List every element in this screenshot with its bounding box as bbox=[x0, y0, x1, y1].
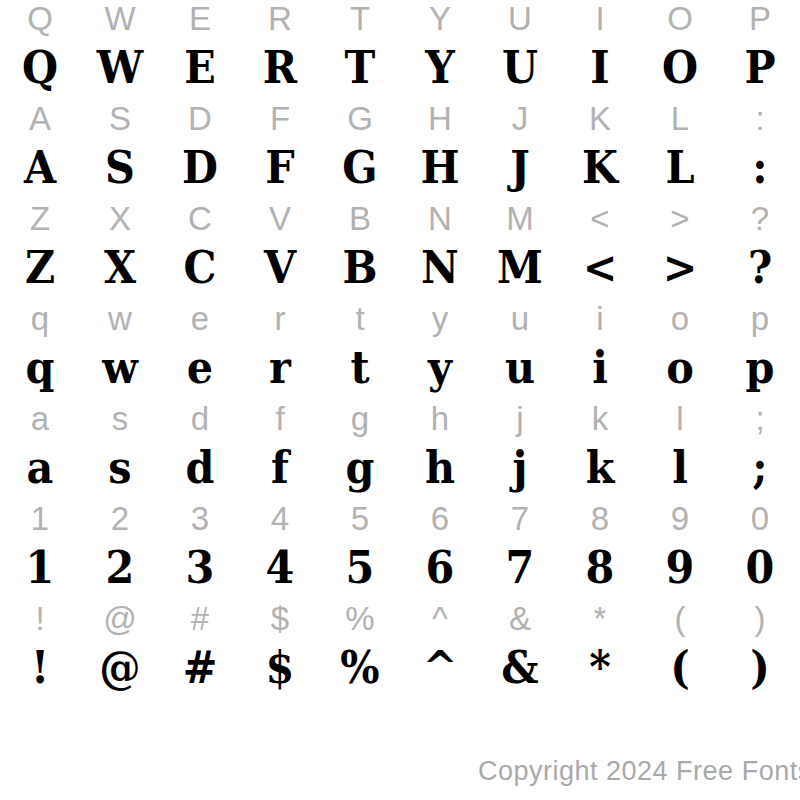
glyph-cell: 6 bbox=[402, 543, 477, 593]
glyph-cell: 9 bbox=[640, 493, 720, 543]
glyph-cell: ( bbox=[642, 643, 717, 693]
glyph-cell: O bbox=[640, 0, 720, 43]
glyph-cell: 7 bbox=[480, 493, 560, 543]
glyph-cell: s bbox=[82, 443, 157, 493]
glyph-cell: B bbox=[320, 193, 400, 243]
glyph-cell: k bbox=[560, 393, 640, 443]
glyph-cell: e bbox=[162, 343, 237, 393]
glyph-cell: 7 bbox=[482, 543, 557, 593]
glyph-cell: K bbox=[562, 143, 637, 193]
glyph-cell: 6 bbox=[400, 493, 480, 543]
glyph-cell: * bbox=[562, 643, 637, 693]
glyph-cell: D bbox=[160, 93, 240, 143]
glyph-cell: A bbox=[2, 143, 77, 193]
glyph-cell: r bbox=[240, 293, 320, 343]
glyph-cell: M bbox=[480, 193, 560, 243]
glyph-cell: & bbox=[482, 643, 557, 693]
glyph-cell: t bbox=[320, 293, 400, 343]
glyph-cell: 1 bbox=[0, 493, 80, 543]
glyph-cell: T bbox=[322, 43, 397, 93]
glyph-cell: d bbox=[162, 443, 237, 493]
glyph-cell: 0 bbox=[722, 543, 797, 593]
glyph-cell: # bbox=[160, 593, 240, 643]
glyph-cell: R bbox=[242, 43, 317, 93]
glyph-cell: W bbox=[80, 0, 160, 43]
glyph-cell: 5 bbox=[320, 493, 400, 543]
glyph-cell: k bbox=[562, 443, 637, 493]
glyph-cell: ; bbox=[722, 443, 797, 493]
glyph-cell: i bbox=[560, 293, 640, 343]
glyph-cell: Z bbox=[0, 193, 80, 243]
glyph-cell: ^ bbox=[400, 593, 480, 643]
glyph-cell: P bbox=[720, 0, 800, 43]
glyph-cell: l bbox=[642, 443, 717, 493]
glyph-cell: < bbox=[560, 193, 640, 243]
glyph-cell: 4 bbox=[242, 543, 317, 593]
glyph-cell: j bbox=[482, 443, 557, 493]
glyph-cell: s bbox=[80, 393, 160, 443]
glyph-cell: N bbox=[400, 193, 480, 243]
glyph-cell: C bbox=[162, 243, 237, 293]
glyph-cell: R bbox=[240, 0, 320, 43]
glyph-cell: F bbox=[240, 93, 320, 143]
glyph-cell: G bbox=[322, 143, 397, 193]
copyright-text: Copyright 2024 Free Fonts bbox=[478, 756, 800, 787]
font-specimen-page: QWERTYUIOPQWERTYUIOPASDFGHJKL:ASDFGHJKL:… bbox=[0, 0, 800, 800]
glyph-cell: M bbox=[482, 243, 557, 293]
glyph-cell: G bbox=[320, 93, 400, 143]
glyph-cell: @ bbox=[80, 593, 160, 643]
glyph-cell: U bbox=[482, 43, 557, 93]
glyph-cell: 3 bbox=[162, 543, 237, 593]
glyph-cell: Q bbox=[0, 0, 80, 43]
glyph-cell: a bbox=[0, 393, 80, 443]
glyph-cell: f bbox=[240, 393, 320, 443]
glyph-cell: d bbox=[160, 393, 240, 443]
glyph-cell: X bbox=[82, 243, 157, 293]
glyph-cell: ! bbox=[2, 643, 77, 693]
glyph-cell: @ bbox=[82, 643, 157, 693]
glyph-cell: N bbox=[402, 243, 477, 293]
character-grid: QWERTYUIOPQWERTYUIOPASDFGHJKL:ASDFGHJKL:… bbox=[0, 0, 800, 693]
glyph-cell: o bbox=[642, 343, 717, 393]
glyph-cell: ? bbox=[720, 193, 800, 243]
glyph-cell: 2 bbox=[80, 493, 160, 543]
glyph-cell: Y bbox=[400, 0, 480, 43]
glyph-cell: L bbox=[640, 93, 720, 143]
glyph-cell: h bbox=[402, 443, 477, 493]
glyph-cell: p bbox=[722, 343, 797, 393]
glyph-cell: > bbox=[642, 243, 717, 293]
glyph-cell: K bbox=[560, 93, 640, 143]
glyph-cell: 0 bbox=[720, 493, 800, 543]
glyph-cell: L bbox=[642, 143, 717, 193]
glyph-cell: y bbox=[402, 343, 477, 393]
glyph-cell: D bbox=[162, 143, 237, 193]
glyph-cell: p bbox=[720, 293, 800, 343]
glyph-cell: Z bbox=[2, 243, 77, 293]
glyph-cell: J bbox=[482, 143, 557, 193]
glyph-cell: A bbox=[0, 93, 80, 143]
glyph-cell: ( bbox=[640, 593, 720, 643]
glyph-cell: 8 bbox=[562, 543, 637, 593]
glyph-cell: S bbox=[80, 93, 160, 143]
glyph-cell: 2 bbox=[82, 543, 157, 593]
glyph-cell: ) bbox=[722, 643, 797, 693]
glyph-cell: E bbox=[160, 0, 240, 43]
glyph-cell: < bbox=[562, 243, 637, 293]
glyph-cell: C bbox=[160, 193, 240, 243]
glyph-cell: e bbox=[160, 293, 240, 343]
glyph-cell: 3 bbox=[160, 493, 240, 543]
glyph-cell: r bbox=[242, 343, 317, 393]
glyph-cell: I bbox=[562, 43, 637, 93]
glyph-cell: g bbox=[320, 393, 400, 443]
glyph-cell: t bbox=[322, 343, 397, 393]
glyph-cell: w bbox=[82, 343, 157, 393]
glyph-cell: > bbox=[640, 193, 720, 243]
glyph-cell: ) bbox=[720, 593, 800, 643]
glyph-cell: H bbox=[402, 143, 477, 193]
glyph-cell: ? bbox=[722, 243, 797, 293]
glyph-cell: i bbox=[562, 343, 637, 393]
glyph-cell: U bbox=[480, 0, 560, 43]
glyph-cell: a bbox=[2, 443, 77, 493]
glyph-cell: f bbox=[242, 443, 317, 493]
glyph-cell: 9 bbox=[642, 543, 717, 593]
glyph-cell: ; bbox=[720, 393, 800, 443]
glyph-cell: g bbox=[322, 443, 397, 493]
glyph-cell: 1 bbox=[2, 543, 77, 593]
glyph-cell: I bbox=[560, 0, 640, 43]
glyph-cell: * bbox=[560, 593, 640, 643]
glyph-cell: Y bbox=[402, 43, 477, 93]
glyph-cell: % bbox=[322, 643, 397, 693]
glyph-cell: % bbox=[320, 593, 400, 643]
glyph-cell: H bbox=[400, 93, 480, 143]
glyph-cell: w bbox=[80, 293, 160, 343]
glyph-cell: u bbox=[482, 343, 557, 393]
glyph-cell: O bbox=[642, 43, 717, 93]
glyph-cell: o bbox=[640, 293, 720, 343]
glyph-cell: J bbox=[480, 93, 560, 143]
glyph-cell: h bbox=[400, 393, 480, 443]
glyph-cell: V bbox=[242, 243, 317, 293]
glyph-cell: ^ bbox=[402, 643, 477, 693]
glyph-cell: 8 bbox=[560, 493, 640, 543]
glyph-cell: E bbox=[162, 43, 237, 93]
glyph-cell: : bbox=[720, 93, 800, 143]
glyph-cell: $ bbox=[240, 593, 320, 643]
glyph-cell: & bbox=[480, 593, 560, 643]
glyph-cell: 4 bbox=[240, 493, 320, 543]
glyph-cell: j bbox=[480, 393, 560, 443]
glyph-cell: F bbox=[242, 143, 317, 193]
glyph-cell: $ bbox=[242, 643, 317, 693]
glyph-cell: S bbox=[82, 143, 157, 193]
glyph-cell: Q bbox=[2, 43, 77, 93]
glyph-cell: : bbox=[722, 143, 797, 193]
glyph-cell: u bbox=[480, 293, 560, 343]
glyph-cell: l bbox=[640, 393, 720, 443]
glyph-cell: ! bbox=[0, 593, 80, 643]
glyph-cell: T bbox=[320, 0, 400, 43]
glyph-cell: y bbox=[400, 293, 480, 343]
glyph-cell: X bbox=[80, 193, 160, 243]
glyph-cell: q bbox=[0, 293, 80, 343]
glyph-cell: V bbox=[240, 193, 320, 243]
glyph-cell: W bbox=[82, 43, 157, 93]
glyph-cell: # bbox=[162, 643, 237, 693]
glyph-cell: 5 bbox=[322, 543, 397, 593]
glyph-cell: P bbox=[722, 43, 797, 93]
glyph-cell: q bbox=[2, 343, 77, 393]
glyph-cell: B bbox=[322, 243, 397, 293]
